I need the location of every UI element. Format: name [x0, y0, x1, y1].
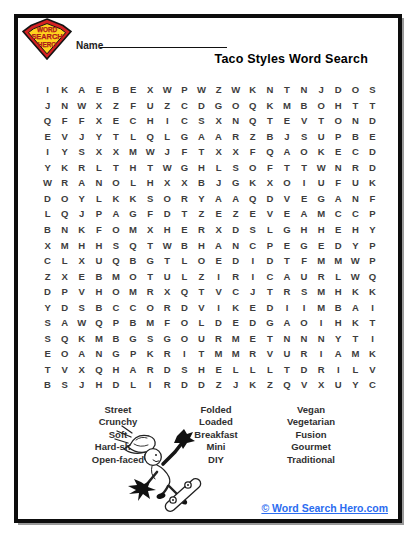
grid-cell[interactable]: Y [90, 129, 107, 145]
grid-cell[interactable]: F [364, 191, 381, 207]
grid-cell[interactable]: I [159, 113, 176, 129]
grid-cell[interactable]: K [364, 175, 381, 191]
grid-cell[interactable]: Z [210, 377, 227, 393]
grid-cell[interactable]: H [193, 362, 210, 378]
grid-cell[interactable]: J [73, 377, 90, 393]
grid-cell[interactable]: W [313, 160, 330, 176]
grid-cell[interactable]: O [227, 98, 244, 114]
grid-cell[interactable]: T [364, 98, 381, 114]
grid-cell[interactable]: O [244, 160, 261, 176]
grid-cell[interactable]: Z [210, 82, 227, 98]
grid-cell[interactable]: I [176, 346, 193, 362]
grid-cell[interactable]: G [125, 206, 142, 222]
grid-cell[interactable]: K [244, 82, 261, 98]
grid-cell[interactable]: N [90, 346, 107, 362]
grid-cell[interactable]: R [313, 362, 330, 378]
grid-cell[interactable]: H [73, 238, 90, 254]
grid-cell[interactable]: B [176, 238, 193, 254]
grid-cell[interactable]: I [313, 346, 330, 362]
grid-cell[interactable]: B [90, 269, 107, 285]
grid-cell[interactable]: V [261, 346, 278, 362]
grid-cell[interactable]: U [142, 98, 159, 114]
grid-cell[interactable]: R [210, 331, 227, 347]
grid-cell[interactable]: H [330, 284, 347, 300]
grid-cell[interactable]: X [227, 144, 244, 160]
grid-cell[interactable]: R [278, 284, 295, 300]
grid-cell[interactable]: C [125, 300, 142, 316]
grid-cell[interactable]: K [107, 191, 124, 207]
grid-cell[interactable]: L [159, 129, 176, 145]
grid-cell[interactable]: M [107, 269, 124, 285]
grid-cell[interactable]: Y [364, 222, 381, 238]
grid-cell[interactable]: T [278, 160, 295, 176]
grid-cell[interactable]: O [107, 222, 124, 238]
grid-cell[interactable]: I [313, 315, 330, 331]
grid-cell[interactable]: T [347, 331, 364, 347]
grid-cell[interactable]: E [296, 191, 313, 207]
grid-cell[interactable]: G [142, 253, 159, 269]
grid-cell[interactable]: X [90, 113, 107, 129]
grid-cell[interactable]: D [330, 238, 347, 254]
grid-cell[interactable]: I [244, 269, 261, 285]
grid-cell[interactable]: A [73, 346, 90, 362]
grid-cell[interactable]: R [159, 377, 176, 393]
grid-cell[interactable]: X [73, 253, 90, 269]
grid-cell[interactable]: A [227, 191, 244, 207]
grid-cell[interactable]: P [56, 284, 73, 300]
grid-cell[interactable]: D [193, 98, 210, 114]
grid-cell[interactable]: Q [90, 315, 107, 331]
grid-cell[interactable]: F [296, 253, 313, 269]
grid-cell[interactable]: O [107, 175, 124, 191]
grid-cell[interactable]: Q [107, 253, 124, 269]
grid-cell[interactable]: H [125, 160, 142, 176]
grid-cell[interactable]: H [330, 98, 347, 114]
grid-cell[interactable]: H [296, 222, 313, 238]
grid-cell[interactable]: L [90, 160, 107, 176]
word-search-hero-link[interactable]: © Word Search Hero.com [261, 502, 388, 514]
grid-cell[interactable]: R [227, 269, 244, 285]
grid-cell[interactable]: Z [193, 206, 210, 222]
grid-cell[interactable]: R [244, 346, 261, 362]
grid-cell[interactable]: Q [278, 377, 295, 393]
grid-cell[interactable]: Z [39, 269, 56, 285]
grid-cell[interactable]: R [193, 222, 210, 238]
grid-cell[interactable]: K [244, 175, 261, 191]
grid-cell[interactable]: T [107, 129, 124, 145]
grid-cell[interactable]: L [347, 362, 364, 378]
grid-cell[interactable]: A [330, 191, 347, 207]
grid-cell[interactable]: G [278, 222, 295, 238]
grid-cell[interactable]: I [39, 144, 56, 160]
grid-cell[interactable]: D [261, 253, 278, 269]
grid-cell[interactable]: N [347, 191, 364, 207]
grid-cell[interactable]: P [107, 315, 124, 331]
grid-cell[interactable]: S [107, 238, 124, 254]
grid-cell[interactable]: A [193, 129, 210, 145]
grid-cell[interactable]: I [296, 175, 313, 191]
grid-cell[interactable]: A [278, 315, 295, 331]
grid-cell[interactable]: T [278, 82, 295, 98]
grid-cell[interactable]: N [227, 238, 244, 254]
grid-cell[interactable]: D [193, 377, 210, 393]
grid-cell[interactable]: M [347, 346, 364, 362]
grid-cell[interactable]: X [176, 175, 193, 191]
grid-cell[interactable]: H [159, 222, 176, 238]
grid-cell[interactable]: W [347, 269, 364, 285]
grid-cell[interactable]: E [176, 222, 193, 238]
grid-cell[interactable]: E [107, 113, 124, 129]
grid-cell[interactable]: M [90, 331, 107, 347]
grid-cell[interactable]: D [39, 284, 56, 300]
grid-cell[interactable]: W [142, 144, 159, 160]
grid-cell[interactable]: Y [347, 377, 364, 393]
grid-cell[interactable]: E [278, 113, 295, 129]
grid-cell[interactable]: H [193, 160, 210, 176]
grid-cell[interactable]: Z [107, 98, 124, 114]
grid-cell[interactable]: A [210, 129, 227, 145]
grid-cell[interactable]: P [364, 253, 381, 269]
grid-cell[interactable]: D [176, 300, 193, 316]
grid-cell[interactable]: A [296, 206, 313, 222]
grid-cell[interactable]: R [142, 284, 159, 300]
grid-cell[interactable]: E [278, 206, 295, 222]
grid-cell[interactable]: R [73, 160, 90, 176]
grid-cell[interactable]: E [73, 269, 90, 285]
grid-cell[interactable]: F [159, 315, 176, 331]
grid-cell[interactable]: W [159, 160, 176, 176]
grid-cell[interactable]: T [296, 160, 313, 176]
grid-cell[interactable]: H [90, 238, 107, 254]
grid-cell[interactable]: L [193, 315, 210, 331]
grid-cell[interactable]: U [313, 175, 330, 191]
grid-cell[interactable]: D [364, 113, 381, 129]
grid-cell[interactable]: G [176, 129, 193, 145]
grid-cell[interactable]: A [278, 269, 295, 285]
grid-cell[interactable]: Q [56, 331, 73, 347]
grid-cell[interactable]: T [261, 113, 278, 129]
grid-cell[interactable]: Y [73, 191, 90, 207]
grid-cell[interactable]: N [330, 160, 347, 176]
grid-cell[interactable]: E [313, 238, 330, 254]
grid-cell[interactable]: K [227, 300, 244, 316]
grid-cell[interactable]: O [56, 346, 73, 362]
grid-cell[interactable]: V [56, 129, 73, 145]
grid-cell[interactable]: C [176, 113, 193, 129]
grid-cell[interactable]: T [142, 269, 159, 285]
grid-cell[interactable]: E [210, 362, 227, 378]
grid-cell[interactable]: E [125, 82, 142, 98]
grid-cell[interactable]: C [330, 206, 347, 222]
grid-cell[interactable]: E [244, 331, 261, 347]
grid-cell[interactable]: C [125, 113, 142, 129]
grid-cell[interactable]: H [330, 315, 347, 331]
grid-cell[interactable]: T [261, 284, 278, 300]
grid-cell[interactable]: T [347, 98, 364, 114]
grid-cell[interactable]: D [227, 253, 244, 269]
grid-cell[interactable]: V [278, 191, 295, 207]
grid-cell[interactable]: R [176, 191, 193, 207]
grid-cell[interactable]: E [39, 346, 56, 362]
grid-cell[interactable]: K [261, 98, 278, 114]
grid-cell[interactable]: T [142, 238, 159, 254]
grid-cell[interactable]: X [159, 284, 176, 300]
grid-cell[interactable]: G [227, 175, 244, 191]
grid-cell[interactable]: T [176, 206, 193, 222]
grid-cell[interactable]: L [176, 253, 193, 269]
grid-cell[interactable]: S [244, 222, 261, 238]
grid-cell[interactable]: N [313, 331, 330, 347]
grid-cell[interactable]: H [90, 377, 107, 393]
grid-cell[interactable]: V [56, 362, 73, 378]
grid-cell[interactable]: L [261, 222, 278, 238]
grid-cell[interactable]: I [142, 377, 159, 393]
grid-cell[interactable]: Q [244, 98, 261, 114]
grid-cell[interactable]: K [244, 377, 261, 393]
grid-cell[interactable]: D [159, 206, 176, 222]
grid-cell[interactable]: K [364, 346, 381, 362]
grid-cell[interactable]: J [159, 144, 176, 160]
grid-cell[interactable]: M [278, 98, 295, 114]
grid-cell[interactable]: R [227, 129, 244, 145]
grid-cell[interactable]: L [227, 362, 244, 378]
grid-cell[interactable]: I [210, 300, 227, 316]
grid-cell[interactable]: J [278, 129, 295, 145]
grid-cell[interactable]: C [176, 98, 193, 114]
grid-cell[interactable]: G [210, 98, 227, 114]
grid-cell[interactable]: K [56, 160, 73, 176]
grid-cell[interactable]: E [330, 144, 347, 160]
grid-cell[interactable]: X [210, 113, 227, 129]
grid-cell[interactable]: K [73, 222, 90, 238]
grid-cell[interactable]: I [278, 300, 295, 316]
grid-cell[interactable]: D [261, 191, 278, 207]
grid-cell[interactable]: W [159, 238, 176, 254]
grid-cell[interactable]: U [278, 346, 295, 362]
grid-cell[interactable]: O [193, 253, 210, 269]
grid-cell[interactable]: E [210, 206, 227, 222]
grid-cell[interactable]: Z [261, 377, 278, 393]
grid-cell[interactable]: A [73, 175, 90, 191]
grid-cell[interactable]: R [142, 362, 159, 378]
grid-cell[interactable]: D [159, 362, 176, 378]
grid-cell[interactable]: K [56, 82, 73, 98]
grid-cell[interactable]: A [330, 346, 347, 362]
grid-cell[interactable]: U [159, 269, 176, 285]
grid-cell[interactable]: N [296, 331, 313, 347]
grid-cell[interactable]: S [364, 82, 381, 98]
grid-cell[interactable]: J [73, 206, 90, 222]
grid-cell[interactable]: B [261, 129, 278, 145]
grid-cell[interactable]: S [142, 191, 159, 207]
grid-cell[interactable]: B [193, 175, 210, 191]
grid-cell[interactable]: K [142, 346, 159, 362]
grid-cell[interactable]: X [73, 362, 90, 378]
grid-cell[interactable]: D [364, 160, 381, 176]
grid-cell[interactable]: Q [176, 284, 193, 300]
grid-cell[interactable]: E [39, 129, 56, 145]
grid-cell[interactable]: Y [39, 160, 56, 176]
grid-cell[interactable]: X [90, 144, 107, 160]
grid-cell[interactable]: Y [347, 238, 364, 254]
grid-cell[interactable]: S [142, 331, 159, 347]
grid-cell[interactable]: T [278, 253, 295, 269]
grid-cell[interactable]: Q [56, 206, 73, 222]
grid-cell[interactable]: I [39, 82, 56, 98]
grid-cell[interactable]: Z [193, 269, 210, 285]
grid-cell[interactable]: H [313, 222, 330, 238]
grid-cell[interactable]: O [347, 82, 364, 98]
grid-cell[interactable]: I [330, 362, 347, 378]
grid-cell[interactable]: T [278, 362, 295, 378]
grid-cell[interactable]: D [364, 144, 381, 160]
grid-cell[interactable]: R [313, 269, 330, 285]
grid-cell[interactable]: B [125, 253, 142, 269]
grid-cell[interactable]: M [56, 238, 73, 254]
grid-cell[interactable]: V [73, 284, 90, 300]
grid-cell[interactable]: W [347, 253, 364, 269]
grid-cell[interactable]: B [107, 82, 124, 98]
grid-cell[interactable]: S [296, 284, 313, 300]
grid-cell[interactable]: W [39, 175, 56, 191]
grid-cell[interactable]: W [73, 98, 90, 114]
grid-cell[interactable]: K [347, 284, 364, 300]
grid-cell[interactable]: T [159, 253, 176, 269]
grid-cell[interactable]: X [39, 238, 56, 254]
grid-cell[interactable]: I [210, 269, 227, 285]
grid-cell[interactable]: E [330, 222, 347, 238]
grid-cell[interactable]: A [125, 362, 142, 378]
grid-cell[interactable]: O [107, 284, 124, 300]
grid-cell[interactable]: B [90, 300, 107, 316]
grid-cell[interactable]: K [313, 144, 330, 160]
grid-cell[interactable]: I [364, 300, 381, 316]
grid-cell[interactable]: C [261, 269, 278, 285]
grid-cell[interactable]: T [39, 362, 56, 378]
grid-cell[interactable]: G [176, 160, 193, 176]
grid-cell[interactable]: E [278, 238, 295, 254]
grid-cell[interactable]: X [210, 222, 227, 238]
grid-cell[interactable]: B [39, 377, 56, 393]
grid-cell[interactable]: X [159, 175, 176, 191]
grid-cell[interactable]: H [90, 284, 107, 300]
grid-cell[interactable]: O [176, 331, 193, 347]
grid-cell[interactable]: A [56, 315, 73, 331]
grid-cell[interactable]: Z [159, 98, 176, 114]
grid-cell[interactable]: M [125, 222, 142, 238]
grid-cell[interactable]: U [347, 175, 364, 191]
grid-cell[interactable]: J [210, 175, 227, 191]
grid-cell[interactable]: S [176, 362, 193, 378]
grid-cell[interactable]: A [347, 300, 364, 316]
grid-cell[interactable]: G [296, 238, 313, 254]
grid-cell[interactable]: M [313, 300, 330, 316]
grid-cell[interactable]: L [244, 362, 261, 378]
grid-cell[interactable]: Q [244, 191, 261, 207]
grid-cell[interactable]: A [210, 238, 227, 254]
grid-cell[interactable]: V [261, 206, 278, 222]
grid-cell[interactable]: Y [39, 300, 56, 316]
grid-cell[interactable]: D [56, 300, 73, 316]
grid-cell[interactable]: X [56, 269, 73, 285]
grid-cell[interactable]: P [90, 206, 107, 222]
grid-cell[interactable]: C [244, 238, 261, 254]
grid-cell[interactable]: L [125, 129, 142, 145]
grid-cell[interactable]: C [107, 300, 124, 316]
grid-cell[interactable]: J [244, 284, 261, 300]
grid-cell[interactable]: O [296, 144, 313, 160]
grid-cell[interactable]: D [107, 377, 124, 393]
grid-cell[interactable]: N [261, 82, 278, 98]
grid-cell[interactable]: B [125, 315, 142, 331]
grid-cell[interactable]: O [159, 191, 176, 207]
grid-cell[interactable]: M [313, 284, 330, 300]
grid-cell[interactable]: I [296, 300, 313, 316]
grid-cell[interactable]: M [227, 331, 244, 347]
grid-cell[interactable]: N [90, 175, 107, 191]
grid-cell[interactable]: J [73, 129, 90, 145]
grid-cell[interactable]: D [296, 362, 313, 378]
grid-cell[interactable]: T [193, 144, 210, 160]
grid-cell[interactable]: X [313, 377, 330, 393]
grid-cell[interactable]: J [227, 377, 244, 393]
grid-cell[interactable]: R [56, 175, 73, 191]
grid-cell[interactable]: L [261, 362, 278, 378]
grid-cell[interactable]: U [296, 269, 313, 285]
grid-cell[interactable]: O [278, 175, 295, 191]
grid-cell[interactable]: D [244, 315, 261, 331]
grid-cell[interactable]: L [39, 206, 56, 222]
grid-cell[interactable]: A [107, 206, 124, 222]
grid-cell[interactable]: N [296, 82, 313, 98]
grid-cell[interactable]: K [364, 284, 381, 300]
grid-cell[interactable]: Z [244, 129, 261, 145]
grid-cell[interactable]: Q [261, 144, 278, 160]
grid-cell[interactable]: O [142, 300, 159, 316]
grid-cell[interactable]: M [330, 253, 347, 269]
grid-cell[interactable]: G [261, 315, 278, 331]
grid-cell[interactable]: K [347, 315, 364, 331]
grid-cell[interactable]: Z [227, 206, 244, 222]
grid-cell[interactable]: C [227, 284, 244, 300]
grid-cell[interactable]: Q [142, 129, 159, 145]
grid-cell[interactable]: P [176, 82, 193, 98]
grid-cell[interactable]: F [330, 175, 347, 191]
grid-cell[interactable]: D [210, 315, 227, 331]
grid-cell[interactable]: P [364, 238, 381, 254]
grid-cell[interactable]: X [210, 144, 227, 160]
grid-cell[interactable]: F [176, 144, 193, 160]
grid-cell[interactable]: I [364, 331, 381, 347]
grid-cell[interactable]: V [296, 113, 313, 129]
grid-cell[interactable]: M [227, 346, 244, 362]
grid-cell[interactable]: M [313, 253, 330, 269]
grid-cell[interactable]: B [347, 129, 364, 145]
grid-cell[interactable]: V [210, 284, 227, 300]
grid-cell[interactable]: M [210, 346, 227, 362]
grid-cell[interactable]: B [330, 300, 347, 316]
grid-cell[interactable]: F [261, 160, 278, 176]
grid-cell[interactable]: W [227, 82, 244, 98]
grid-cell[interactable]: E [244, 206, 261, 222]
grid-cell[interactable]: J [39, 98, 56, 114]
grid-cell[interactable]: Y [193, 191, 210, 207]
grid-cell[interactable]: S [193, 113, 210, 129]
grid-cell[interactable]: I [244, 253, 261, 269]
grid-cell[interactable]: D [261, 300, 278, 316]
grid-cell[interactable]: W [73, 315, 90, 331]
grid-cell[interactable]: P [125, 346, 142, 362]
